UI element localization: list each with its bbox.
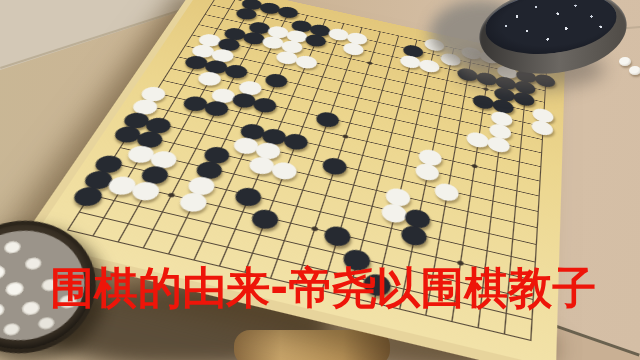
black-stone[interactable]: ● <box>396 218 433 249</box>
white-stone[interactable]: ● <box>291 50 324 71</box>
black-stone[interactable]: ● <box>311 106 346 130</box>
stone-highlights <box>482 0 620 61</box>
scene: ●●●●●●●●●●●●●●●●●●●●●●●●●●●●●●●●●●●●●●●●… <box>0 0 640 360</box>
video-caption: 围棋的由来-帝尧以围棋教子 <box>50 259 630 318</box>
white-stone-on-table <box>619 57 631 66</box>
white-stone[interactable]: ● <box>430 176 464 204</box>
black-stone-bowl-interior <box>482 0 620 61</box>
board-leg <box>234 330 390 360</box>
white-stone[interactable]: ● <box>528 115 556 138</box>
white-stone[interactable]: ● <box>484 131 514 155</box>
black-stone[interactable]: ● <box>317 151 354 178</box>
white-stone-on-table <box>629 66 640 75</box>
